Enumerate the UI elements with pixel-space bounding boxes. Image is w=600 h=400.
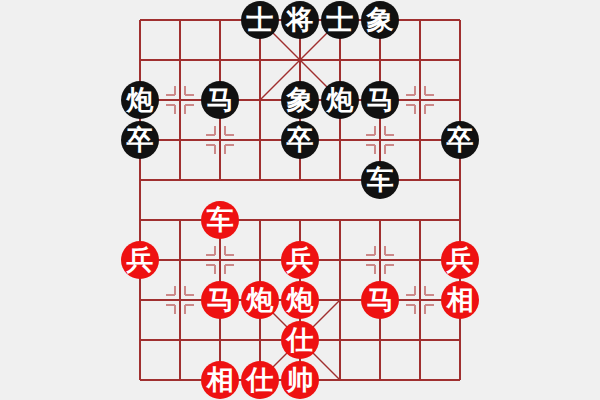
black-pawn-disc[interactable]: 卒 [121,121,159,159]
black-general-disc[interactable]: 将 [281,1,319,39]
piece-glyph: 卒 [127,126,154,153]
black-cannon-disc[interactable]: 炮 [321,81,359,119]
piece-glyph: 炮 [287,286,314,313]
piece-red-pawn[interactable]: 兵 [440,240,480,280]
black-elephant-disc[interactable]: 象 [361,1,399,39]
piece-glyph: 仕 [247,366,274,393]
piece-red-pawn[interactable]: 兵 [280,240,320,280]
piece-black-pawn[interactable]: 卒 [120,120,160,160]
piece-red-advisor[interactable]: 仕 [240,360,280,400]
piece-glyph: 马 [207,286,234,313]
piece-black-advisor[interactable]: 士 [240,0,280,40]
piece-glyph: 马 [367,286,394,313]
piece-black-chariot[interactable]: 车 [360,160,400,200]
piece-glyph: 相 [447,286,474,313]
piece-red-cannon[interactable]: 炮 [280,280,320,320]
piece-black-general[interactable]: 将 [280,0,320,40]
piece-black-elephant[interactable]: 象 [280,80,320,120]
black-cannon-disc[interactable]: 炮 [121,81,159,119]
piece-red-horse[interactable]: 马 [360,280,400,320]
red-elephant-disc[interactable]: 相 [201,361,239,399]
piece-glyph: 士 [247,6,274,33]
piece-glyph: 象 [287,86,314,113]
black-chariot-disc[interactable]: 车 [361,161,399,199]
piece-glyph: 帅 [287,366,314,393]
black-advisor-disc[interactable]: 士 [321,1,359,39]
piece-glyph: 炮 [247,286,274,313]
red-cannon-disc[interactable]: 炮 [241,281,279,319]
black-advisor-disc[interactable]: 士 [241,1,279,39]
piece-black-horse[interactable]: 马 [360,80,400,120]
black-pawn-disc[interactable]: 卒 [281,121,319,159]
piece-glyph: 马 [367,86,394,113]
piece-black-cannon[interactable]: 炮 [320,80,360,120]
red-chariot-disc[interactable]: 车 [201,201,239,239]
piece-red-cannon[interactable]: 炮 [240,280,280,320]
piece-glyph: 卒 [447,126,474,153]
piece-glyph: 炮 [127,86,154,113]
red-elephant-disc[interactable]: 相 [441,281,479,319]
red-pawn-disc[interactable]: 兵 [281,241,319,279]
piece-red-pawn[interactable]: 兵 [120,240,160,280]
red-cannon-disc[interactable]: 炮 [281,281,319,319]
black-pawn-disc[interactable]: 卒 [441,121,479,159]
piece-layer: 士将士象炮马象炮马卒卒卒车车兵兵兵马炮炮马相仕相仕帅 [120,0,480,400]
black-horse-disc[interactable]: 马 [201,81,239,119]
black-elephant-disc[interactable]: 象 [281,81,319,119]
piece-black-advisor[interactable]: 士 [320,0,360,40]
piece-glyph: 兵 [447,246,474,273]
piece-red-horse[interactable]: 马 [200,280,240,320]
red-pawn-disc[interactable]: 兵 [121,241,159,279]
piece-red-chariot[interactable]: 车 [200,200,240,240]
piece-red-general[interactable]: 帅 [280,360,320,400]
piece-red-advisor[interactable]: 仕 [280,320,320,360]
red-general-disc[interactable]: 帅 [281,361,319,399]
piece-glyph: 兵 [127,246,154,273]
piece-red-elephant[interactable]: 相 [440,280,480,320]
red-horse-disc[interactable]: 马 [361,281,399,319]
piece-red-elephant[interactable]: 相 [200,360,240,400]
piece-black-pawn[interactable]: 卒 [280,120,320,160]
piece-black-elephant[interactable]: 象 [360,0,400,40]
red-advisor-disc[interactable]: 仕 [241,361,279,399]
piece-black-pawn[interactable]: 卒 [440,120,480,160]
piece-glyph: 将 [287,6,314,33]
piece-glyph: 相 [207,366,234,393]
xiangqi-board: 士将士象炮马象炮马卒卒卒车车兵兵兵马炮炮马相仕相仕帅 [0,0,600,400]
piece-glyph: 车 [367,166,394,193]
piece-glyph: 兵 [287,246,314,273]
piece-glyph: 卒 [287,126,314,153]
piece-glyph: 炮 [327,86,354,113]
red-pawn-disc[interactable]: 兵 [441,241,479,279]
piece-black-horse[interactable]: 马 [200,80,240,120]
red-advisor-disc[interactable]: 仕 [281,321,319,359]
piece-glyph: 士 [327,6,354,33]
piece-glyph: 象 [367,6,394,33]
piece-glyph: 车 [207,206,234,233]
piece-glyph: 仕 [287,326,314,353]
piece-glyph: 马 [207,86,234,113]
red-horse-disc[interactable]: 马 [201,281,239,319]
black-horse-disc[interactable]: 马 [361,81,399,119]
piece-black-cannon[interactable]: 炮 [120,80,160,120]
